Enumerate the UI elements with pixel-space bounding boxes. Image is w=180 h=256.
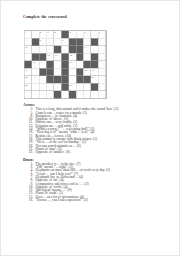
grid-cell[interactable] [32,76,39,84]
block-cell [54,91,61,99]
grid-cell[interactable] [54,61,61,69]
block-cell [91,61,98,69]
grid-cell[interactable]: 15 [32,61,39,69]
grid-cell[interactable]: 10 [25,46,32,54]
block-cell [61,61,68,69]
clue-number: 2 [40,31,41,34]
block-cell [61,31,68,39]
clue-number: 11 [84,46,86,49]
grid-cell[interactable] [84,91,91,99]
clue-number: 21 [92,76,95,79]
block-cell [54,76,61,84]
clue-number: 16 [69,61,72,64]
block-cell [69,39,76,47]
clue-number: 15 [32,61,35,64]
grid-cell[interactable] [39,76,46,84]
clue-line: 16."Excuse ..., can I ask a question?" (… [23,198,110,201]
grid-cell[interactable]: 3 [47,31,54,39]
block-cell [76,39,83,47]
grid-cell[interactable]: 8 [39,39,46,47]
grid-cell[interactable]: 5 [69,31,76,39]
grid-cell[interactable] [32,69,39,77]
grid-cell[interactable] [39,61,46,69]
grid-cell[interactable]: 12 [47,54,54,62]
grid-cell[interactable]: 1 [25,31,32,39]
grid-cell[interactable] [98,39,105,47]
grid-cell[interactable] [76,31,83,39]
block-cell [25,61,32,69]
grid-cell[interactable]: 20 [25,76,32,84]
grid-cell[interactable]: 23 [69,84,76,92]
block-cell [84,76,91,84]
grid-cell[interactable] [61,46,68,54]
clue-number: 5 [69,31,70,34]
grid-cell[interactable] [32,91,39,99]
grid-cell[interactable] [98,61,105,69]
grid-cell[interactable]: 17 [25,69,32,77]
clue-line: 22.Opposite of 'smaller'. (6) [23,150,118,153]
block-cell [84,61,91,69]
block-cell [39,69,46,77]
grid-cell[interactable] [98,91,105,99]
grid-cell[interactable] [39,46,46,54]
grid-cell[interactable] [84,54,91,62]
block-cell [61,54,68,62]
grid-cell[interactable]: 19 [91,69,98,77]
grid-cell[interactable] [98,84,105,92]
clue-number: 6 [84,31,85,34]
block-cell [32,54,39,62]
clue-number: 13 [55,54,58,57]
across-clues: 3.This is a long, thin animal and it mak… [23,108,118,154]
worksheet-inner: Complete the crossword. 1234567891011121… [1,1,180,256]
grid-cell[interactable] [32,84,39,92]
clue-number: 18 [84,69,87,72]
grid-cell[interactable] [32,31,39,39]
grid-cell[interactable] [54,39,61,47]
page-title: Complete the crossword. [23,15,68,20]
block-cell [76,76,83,84]
block-cell [91,84,98,92]
clue-number: 8 [40,39,41,42]
grid-cell[interactable] [91,31,98,39]
block-cell [91,39,98,47]
grid-cell[interactable]: 11 [84,46,91,54]
grid-cell[interactable] [25,54,32,62]
grid-cell[interactable] [61,91,68,99]
grid-cell[interactable] [69,76,76,84]
clue-number: 22 [25,84,28,87]
grid-cell[interactable] [69,69,76,77]
clue-list-number: 16. [23,198,33,201]
block-cell [47,76,54,84]
clue-text: Opposite of 'smaller'. (6) [36,150,71,153]
down-clues: 1.The monkey is ... in the tree. (7)2."O… [23,162,110,202]
grid-cell[interactable] [91,46,98,54]
clue-number: 12 [47,54,50,57]
grid-cell[interactable] [98,76,105,84]
grid-cell[interactable]: 4 [54,31,61,39]
crossword-grid: 1234567891011121314151617181920212223 [24,31,106,100]
block-cell [76,54,83,62]
clue-number: 7 [99,31,100,34]
worksheet-page: Complete the crossword. 1234567891011121… [0,0,180,256]
clue-number: 23 [69,84,72,87]
grid-cell[interactable] [91,91,98,99]
grid-cell[interactable]: 9 [61,39,68,47]
block-cell [47,61,54,69]
grid-cell[interactable] [84,84,91,92]
grid-cell[interactable]: 18 [84,69,91,77]
grid-cell[interactable] [47,84,54,92]
block-cell [76,69,83,77]
clue-number: 1 [25,31,26,34]
across-heading: Across: [23,103,35,108]
block-cell [69,46,76,54]
grid-cell[interactable] [39,91,46,99]
grid-cell[interactable] [32,46,39,54]
clue-list-number: 22. [23,150,33,153]
grid-cell[interactable] [54,69,61,77]
grid-cell[interactable]: 6 [84,31,91,39]
clue-text: "Excuse ..., can I ask a question?" (2) [36,198,88,201]
clue-number: 3 [47,31,48,34]
grid-cell[interactable] [76,61,83,69]
clue-number: 19 [92,69,95,72]
grid-cell[interactable] [98,69,105,77]
grid-cell[interactable] [98,46,105,54]
grid-cell[interactable] [76,91,83,99]
clue-number: 17 [25,69,28,72]
clue-number: 10 [25,46,28,49]
block-cell [32,39,39,47]
grid-cell[interactable]: 7 [98,31,105,39]
grid-cell[interactable]: 13 [54,54,61,62]
grid-cell[interactable] [39,84,46,92]
block-cell [61,76,68,84]
grid-cell[interactable] [54,84,61,92]
grid-cell[interactable] [47,39,54,47]
grid-cell[interactable] [98,54,105,62]
block-cell [61,84,68,92]
block-cell [61,69,68,77]
grid-cell[interactable] [47,46,54,54]
block-cell [39,54,46,62]
grid-cell[interactable]: 21 [91,76,98,84]
grid-cell[interactable]: 14 [69,54,76,62]
grid-cell[interactable] [25,39,32,47]
grid-cell[interactable] [47,91,54,99]
grid-cell[interactable] [84,39,91,47]
grid-cell[interactable]: 22 [25,84,32,92]
block-cell [76,46,83,54]
block-cell [54,46,61,54]
clue-number: 14 [69,54,72,57]
grid-cell[interactable] [76,84,83,92]
block-cell [47,69,54,77]
clue-number: 4 [55,31,56,34]
grid-cell[interactable] [25,91,32,99]
grid-cell[interactable]: 2 [39,31,46,39]
grid-cell[interactable]: 16 [69,61,76,69]
block-cell [91,54,98,62]
clue-number: 9 [62,39,63,42]
clue-number: 20 [25,76,28,79]
block-cell [69,91,76,99]
